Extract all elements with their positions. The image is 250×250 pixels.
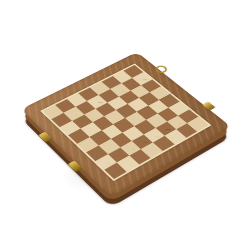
- perspective-wrapper: ♜♞♝♚♛♝♞♜♟♟♟♟♟♟♟♟♟♟♟♟♟♟♟♟♜♞♝♚♛♝♞♜: [0, 0, 250, 250]
- board-top-face: ♜♞♝♚♛♝♞♜♟♟♟♟♟♟♟♟♟♟♟♟♟♟♟♟♜♞♝♚♛♝♞♜: [21, 52, 232, 197]
- square: ♜: [105, 163, 127, 179]
- piece-white-pawn: ♟: [126, 72, 138, 85]
- product-photo: ♜♞♝♚♛♝♞♜♟♟♟♟♟♟♟♟♟♟♟♟♟♟♟♟♜♞♝♚♛♝♞♜: [0, 0, 250, 250]
- chess-board: ♜♞♝♚♛♝♞♜♟♟♟♟♟♟♟♟♟♟♟♟♟♟♟♟♜♞♝♚♛♝♞♜: [21, 52, 232, 197]
- piece-white-pawn: ♟: [68, 102, 81, 116]
- piece-white-pawn: ♟: [103, 84, 115, 98]
- piece-white-pawn: ♟: [92, 90, 104, 104]
- piece-white-pawn: ♟: [56, 108, 69, 122]
- piece-black-rook: ♜: [108, 155, 124, 173]
- brass-clasp-hook-icon: [153, 64, 169, 74]
- piece-white-pawn: ♟: [80, 96, 92, 110]
- piece-white-pawn: ♟: [137, 67, 149, 80]
- piece-white-pawn: ♟: [115, 78, 127, 92]
